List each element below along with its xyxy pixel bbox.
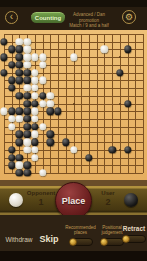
user-info: User 2 xyxy=(92,190,124,207)
stone-black xyxy=(8,46,15,53)
stone-black xyxy=(23,100,30,107)
star-point xyxy=(119,56,121,58)
stone-white xyxy=(31,53,38,60)
match-info-line1: Advanced / Dan promotion xyxy=(64,12,114,23)
stone-black xyxy=(31,138,38,145)
stone-white xyxy=(39,61,46,68)
stone-black xyxy=(23,169,30,176)
stone-white xyxy=(39,53,46,60)
user-label: User xyxy=(92,190,124,196)
stone-white xyxy=(31,131,38,138)
stone-black xyxy=(23,131,30,138)
stone-white xyxy=(16,38,23,45)
bottom-toolbar: Withdraw Skip Recommended places Positio… xyxy=(0,215,147,251)
opponent-info: Opponent 1 xyxy=(25,190,57,207)
stone-black xyxy=(16,108,23,115)
stone-white xyxy=(31,146,38,153)
stone-black xyxy=(16,46,23,53)
stone-black xyxy=(16,53,23,60)
stone-black xyxy=(16,138,23,145)
stone-white xyxy=(47,100,54,107)
stone-black xyxy=(8,61,15,68)
counting-label: Counting xyxy=(35,15,61,21)
stone-black xyxy=(116,69,123,76)
skip-button[interactable]: Skip xyxy=(36,234,62,244)
stone-white xyxy=(23,38,30,45)
stone-black xyxy=(31,100,38,107)
grid-line-v xyxy=(81,34,82,173)
recommended-places-button[interactable]: Recommended places xyxy=(64,225,97,246)
gear-icon: ⚙ xyxy=(125,12,133,22)
grid-line-v xyxy=(104,34,105,173)
top-bar: ‹ Counting Advanced / Dan promotion Matc… xyxy=(0,7,147,30)
stone-black xyxy=(62,138,69,145)
stone-black xyxy=(47,138,54,145)
settings-button[interactable]: ⚙ xyxy=(122,10,136,24)
grid-line-v xyxy=(97,34,98,173)
stone-black xyxy=(124,100,131,107)
place-label: Place xyxy=(62,196,86,206)
opponent-label: Opponent xyxy=(25,190,57,196)
stone-white xyxy=(39,123,46,130)
stone-white xyxy=(31,108,38,115)
stone-white xyxy=(8,115,15,122)
coin-icon xyxy=(69,238,77,246)
coin-icon xyxy=(100,238,108,246)
stone-black xyxy=(16,77,23,84)
retract-cost-pill xyxy=(122,235,146,243)
stone-black xyxy=(124,146,131,153)
stone-white xyxy=(39,77,46,84)
stone-white xyxy=(31,115,38,122)
stone-black xyxy=(8,108,15,115)
stone-white xyxy=(23,138,30,145)
stone-white xyxy=(101,46,108,53)
stone-black xyxy=(16,154,23,161)
counting-button[interactable]: Counting xyxy=(31,12,65,23)
stone-black xyxy=(8,84,15,91)
coin-icon xyxy=(122,235,130,243)
stone-black xyxy=(54,108,61,115)
stone-black xyxy=(85,154,92,161)
stone-white xyxy=(70,53,77,60)
stone-black xyxy=(8,146,15,153)
stone-black xyxy=(39,92,46,99)
stone-white xyxy=(23,61,30,68)
user-count: 2 xyxy=(92,197,124,207)
stone-white xyxy=(16,162,23,169)
stone-black xyxy=(47,108,54,115)
stone-black xyxy=(108,146,115,153)
opponent-count: 1 xyxy=(25,197,57,207)
stone-black xyxy=(23,108,30,115)
grid-line-v xyxy=(143,34,144,173)
go-board[interactable] xyxy=(0,30,147,180)
withdraw-button[interactable]: Withdraw xyxy=(2,236,36,243)
stone-black xyxy=(0,53,7,60)
stone-white xyxy=(31,77,38,84)
recommend-label-line2: places xyxy=(64,230,97,235)
stone-white xyxy=(23,84,30,91)
grid-line-v xyxy=(135,34,136,173)
stone-black xyxy=(47,131,54,138)
stone-black xyxy=(23,92,30,99)
stone-black xyxy=(8,162,15,169)
stone-black xyxy=(0,69,7,76)
stone-white xyxy=(31,84,38,91)
stone-black xyxy=(23,162,30,169)
stone-black xyxy=(8,154,15,161)
stone-black xyxy=(23,77,30,84)
stone-white xyxy=(8,123,15,130)
status-strip xyxy=(0,0,147,7)
stone-black xyxy=(124,46,131,53)
stone-black xyxy=(23,115,30,122)
go-app-screen: ‹ Counting Advanced / Dan promotion Matc… xyxy=(0,0,147,261)
back-icon: ‹ xyxy=(10,12,13,22)
stone-black xyxy=(23,69,30,76)
stone-white xyxy=(39,100,46,107)
stone-white xyxy=(47,92,54,99)
grid-line-h xyxy=(4,158,143,159)
star-point xyxy=(119,103,121,105)
stone-white xyxy=(39,169,46,176)
star-point xyxy=(119,149,121,151)
go-board-grid[interactable] xyxy=(4,34,143,173)
stone-white xyxy=(23,46,30,53)
stone-black xyxy=(16,169,23,176)
place-button[interactable]: Place xyxy=(55,182,92,219)
white-stone-icon xyxy=(9,193,23,207)
stone-white xyxy=(31,154,38,161)
stone-black xyxy=(0,38,7,45)
stone-white xyxy=(31,92,38,99)
stone-white xyxy=(23,146,30,153)
retract-label: Retract xyxy=(121,225,147,233)
stone-black xyxy=(23,123,30,130)
gesture-strip xyxy=(0,251,147,261)
stone-white xyxy=(31,69,38,76)
stone-black xyxy=(16,61,23,68)
grid-line-v xyxy=(89,34,90,173)
star-point xyxy=(73,103,75,105)
stone-black xyxy=(31,123,38,130)
stone-black xyxy=(16,131,23,138)
stone-white xyxy=(70,146,77,153)
back-button[interactable]: ‹ xyxy=(5,11,18,24)
stone-black xyxy=(16,92,23,99)
stone-white xyxy=(16,115,23,122)
stone-black xyxy=(16,69,23,76)
stone-black xyxy=(8,77,15,84)
stone-white xyxy=(0,108,7,115)
retract-button[interactable]: Retract xyxy=(121,225,147,243)
stone-white xyxy=(23,53,30,60)
recommend-cost-pill xyxy=(69,238,93,246)
black-stone-icon xyxy=(124,193,138,207)
